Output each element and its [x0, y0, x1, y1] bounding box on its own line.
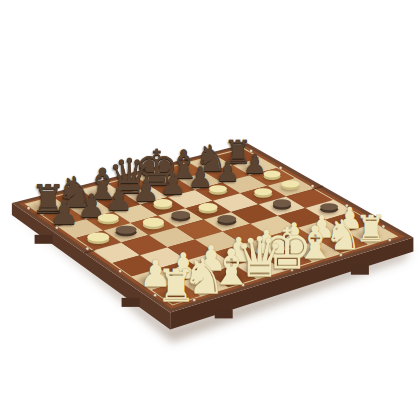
screw-dot-13 — [388, 238, 391, 241]
chess-set-photo: ♜♞♝♛♚♝♞♜♟♟♟♟♟♟♟♟♜♞♝♛♚♝♞♜♟♟♟♟♟♟♟♟ — [0, 0, 420, 420]
screw-dot-1 — [193, 298, 196, 301]
case-foot-1 — [351, 266, 369, 275]
screw-dot-11 — [279, 166, 282, 169]
case-foot-2 — [122, 298, 140, 307]
screw-dot-2 — [382, 225, 385, 228]
case-foot-3 — [35, 235, 53, 244]
screw-dot-6 — [86, 247, 89, 250]
screw-dot-8 — [311, 184, 314, 187]
screw-dot-9 — [55, 226, 58, 229]
screw-dot-10 — [339, 253, 342, 256]
screw-dot-5 — [345, 204, 348, 207]
screw-dot-3 — [119, 270, 122, 273]
screw-dot-7 — [290, 268, 293, 271]
screw-dot-14 — [249, 149, 252, 152]
screw-dot-4 — [241, 283, 244, 286]
screw-dot-0 — [154, 294, 157, 297]
case-foot-0 — [215, 309, 233, 318]
screw-dot-12 — [27, 206, 30, 209]
chess-board — [0, 0, 420, 420]
